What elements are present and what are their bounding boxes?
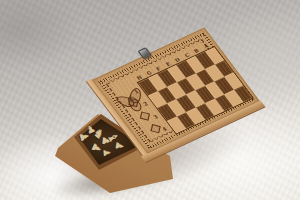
diamond-ornament <box>150 124 160 133</box>
photo-scene: ♟♟♞♟♝♟♟♟ HGFEDCBA 1234 <box>0 0 300 200</box>
rank-label: 3 <box>151 113 158 120</box>
piece-pawn: ♟ <box>113 141 124 152</box>
piece-pawn: ♟ <box>101 149 111 158</box>
rank-label: 2 <box>142 101 149 108</box>
diamond-ornament <box>140 111 150 120</box>
